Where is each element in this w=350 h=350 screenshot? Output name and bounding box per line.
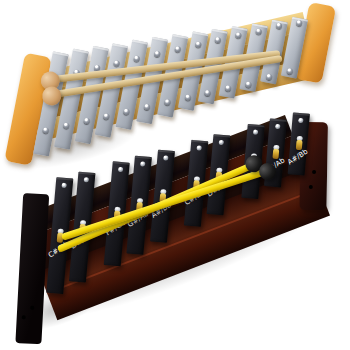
bar-screw <box>245 80 252 87</box>
bar-note-label: A#/Bb <box>286 149 308 167</box>
bar-screw <box>117 167 122 172</box>
bar-screw <box>144 104 151 111</box>
bar-screw <box>61 183 66 188</box>
mounting-hole <box>30 306 34 310</box>
bar-screw <box>174 46 181 53</box>
mounting-hole <box>309 185 313 189</box>
product-photo: C#/DbD#/EbF#/GbG#/AbA#/BbC#/DbD#/EbF#/Gb… <box>0 0 350 350</box>
bar-screw <box>204 89 211 96</box>
bar-screw <box>286 68 293 75</box>
bar-screw <box>123 108 130 115</box>
bar-screw <box>235 32 242 39</box>
bar-screw <box>265 74 272 81</box>
bar-screw <box>275 124 280 129</box>
bar-screw <box>103 113 110 120</box>
bar-screw <box>164 99 171 106</box>
bar-screw <box>134 55 141 62</box>
bar-screw <box>196 145 201 150</box>
bar-screw <box>42 127 49 134</box>
mounting-hole <box>312 170 316 174</box>
bar-screw <box>194 41 201 48</box>
bar-screw <box>295 20 302 27</box>
bar-screw <box>215 36 222 43</box>
bar-screw <box>154 51 161 58</box>
bar-screw <box>83 118 90 125</box>
bar-screw <box>298 118 303 123</box>
bar-screw <box>184 94 191 101</box>
bar-screw <box>255 27 262 34</box>
bar-screw <box>163 155 168 160</box>
bar-screw <box>225 85 232 92</box>
left-end-panel <box>15 193 49 344</box>
bar-screw <box>252 130 257 135</box>
bar-screw <box>63 122 70 129</box>
mounting-hole <box>22 315 26 319</box>
bar-screw <box>83 177 88 182</box>
bar-screw <box>218 140 223 145</box>
bar-screw <box>140 161 145 166</box>
bar-screw <box>275 23 282 30</box>
bar-screw <box>113 60 120 67</box>
